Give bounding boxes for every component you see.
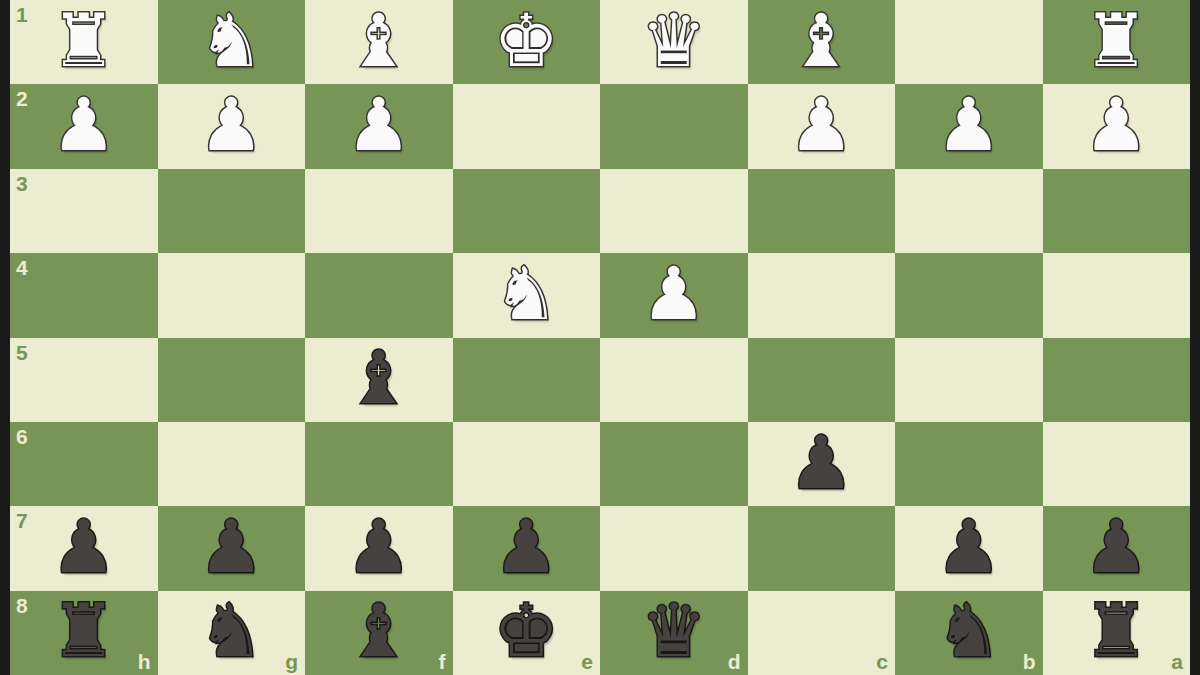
rank-label-1: 1 [16,4,28,25]
black-knight-piece[interactable]: ♞ [936,594,1001,667]
square-f7[interactable]: ♟ [305,506,453,590]
square-e8[interactable]: e♚ [453,591,601,675]
square-h5[interactable]: 5 [10,338,158,422]
square-h4[interactable]: 4 [10,253,158,337]
square-c8[interactable]: c [748,591,896,675]
square-f4[interactable] [305,253,453,337]
square-g7[interactable]: ♟ [158,506,306,590]
square-f6[interactable] [305,422,453,506]
black-pawn-piece[interactable]: ♟ [199,510,264,583]
file-label-g: g [285,651,298,672]
white-pawn-piece[interactable]: ♟ [641,257,706,330]
white-knight-piece[interactable]: ♞ [494,257,559,330]
square-d4[interactable]: ♟ [600,253,748,337]
chess-board: 1♜♞♝♚♛♝♜2♟♟♟♟♟♟34♞♟5♝6♟7♟♟♟♟♟♟8h♜g♞f♝e♚d… [10,0,1190,675]
square-c5[interactable] [748,338,896,422]
black-bishop-piece[interactable]: ♝ [346,341,411,414]
file-label-c: c [876,651,888,672]
black-pawn-piece[interactable]: ♟ [936,510,1001,583]
square-e2[interactable] [453,84,601,168]
white-pawn-piece[interactable]: ♟ [346,88,411,161]
rank-label-3: 3 [16,173,28,194]
white-bishop-piece[interactable]: ♝ [346,4,411,77]
square-d7[interactable] [600,506,748,590]
black-pawn-piece[interactable]: ♟ [1084,510,1149,583]
white-pawn-piece[interactable]: ♟ [199,88,264,161]
square-g8[interactable]: g♞ [158,591,306,675]
square-d2[interactable] [600,84,748,168]
square-b4[interactable] [895,253,1043,337]
black-rook-piece[interactable]: ♜ [51,594,116,667]
square-b6[interactable] [895,422,1043,506]
black-king-piece[interactable]: ♚ [494,594,559,667]
white-bishop-piece[interactable]: ♝ [789,4,854,77]
rank-label-4: 4 [16,257,28,278]
square-a5[interactable] [1043,338,1191,422]
square-g4[interactable] [158,253,306,337]
square-c3[interactable] [748,169,896,253]
square-c4[interactable] [748,253,896,337]
black-knight-piece[interactable]: ♞ [199,594,264,667]
square-b7[interactable]: ♟ [895,506,1043,590]
file-label-e: e [581,651,593,672]
square-h2[interactable]: 2♟ [10,84,158,168]
white-pawn-piece[interactable]: ♟ [51,88,116,161]
square-d8[interactable]: d♛ [600,591,748,675]
square-e6[interactable] [453,422,601,506]
square-a2[interactable]: ♟ [1043,84,1191,168]
square-f2[interactable]: ♟ [305,84,453,168]
square-b1[interactable] [895,0,1043,84]
rank-label-6: 6 [16,426,28,447]
square-c7[interactable] [748,506,896,590]
white-queen-piece[interactable]: ♛ [641,4,706,77]
square-h7[interactable]: 7♟ [10,506,158,590]
square-b3[interactable] [895,169,1043,253]
black-bishop-piece[interactable]: ♝ [346,594,411,667]
square-a7[interactable]: ♟ [1043,506,1191,590]
square-e4[interactable]: ♞ [453,253,601,337]
square-b5[interactable] [895,338,1043,422]
square-h3[interactable]: 3 [10,169,158,253]
square-f8[interactable]: f♝ [305,591,453,675]
black-pawn-piece[interactable]: ♟ [346,510,411,583]
square-h6[interactable]: 6 [10,422,158,506]
square-b2[interactable]: ♟ [895,84,1043,168]
square-g6[interactable] [158,422,306,506]
square-d3[interactable] [600,169,748,253]
white-pawn-piece[interactable]: ♟ [1084,88,1149,161]
square-f1[interactable]: ♝ [305,0,453,84]
square-h1[interactable]: 1♜ [10,0,158,84]
black-pawn-piece[interactable]: ♟ [789,426,854,499]
square-c6[interactable]: ♟ [748,422,896,506]
square-a3[interactable] [1043,169,1191,253]
rank-label-2: 2 [16,88,28,109]
rank-label-7: 7 [16,510,28,531]
file-label-b: b [1023,651,1036,672]
square-g1[interactable]: ♞ [158,0,306,84]
black-queen-piece[interactable]: ♛ [641,594,706,667]
white-knight-piece[interactable]: ♞ [199,4,264,77]
square-c1[interactable]: ♝ [748,0,896,84]
white-pawn-piece[interactable]: ♟ [789,88,854,161]
file-label-a: a [1171,651,1183,672]
square-h8[interactable]: 8h♜ [10,591,158,675]
black-pawn-piece[interactable]: ♟ [494,510,559,583]
chess-app-background: 1♜♞♝♚♛♝♜2♟♟♟♟♟♟34♞♟5♝6♟7♟♟♟♟♟♟8h♜g♞f♝e♚d… [0,0,1200,675]
square-a4[interactable] [1043,253,1191,337]
white-pawn-piece[interactable]: ♟ [936,88,1001,161]
square-e7[interactable]: ♟ [453,506,601,590]
square-g3[interactable] [158,169,306,253]
square-a8[interactable]: a♜ [1043,591,1191,675]
white-rook-piece[interactable]: ♜ [1084,4,1149,77]
square-g2[interactable]: ♟ [158,84,306,168]
square-f5[interactable]: ♝ [305,338,453,422]
square-d5[interactable] [600,338,748,422]
square-e1[interactable]: ♚ [453,0,601,84]
white-rook-piece[interactable]: ♜ [51,4,116,77]
square-c2[interactable]: ♟ [748,84,896,168]
black-pawn-piece[interactable]: ♟ [51,510,116,583]
square-d6[interactable] [600,422,748,506]
white-king-piece[interactable]: ♚ [494,4,559,77]
square-a6[interactable] [1043,422,1191,506]
square-e3[interactable] [453,169,601,253]
rank-label-5: 5 [16,342,28,363]
black-rook-piece[interactable]: ♜ [1084,594,1149,667]
file-label-h: h [138,651,151,672]
square-f3[interactable] [305,169,453,253]
rank-label-8: 8 [16,595,28,616]
square-a1[interactable]: ♜ [1043,0,1191,84]
square-e5[interactable] [453,338,601,422]
square-g5[interactable] [158,338,306,422]
square-d1[interactable]: ♛ [600,0,748,84]
file-label-d: d [728,651,741,672]
file-label-f: f [439,651,446,672]
square-b8[interactable]: b♞ [895,591,1043,675]
